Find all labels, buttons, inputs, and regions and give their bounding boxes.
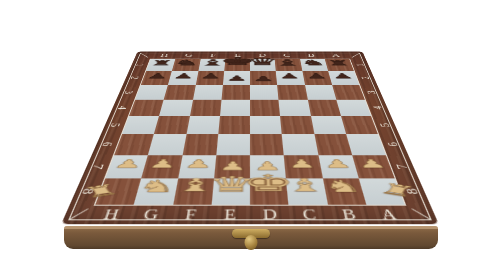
square-d5 [250, 116, 282, 134]
file-label-top-a: A [323, 52, 349, 58]
dark-knight-icon: ♞ [300, 59, 327, 66]
light-rook-icon: ♜ [377, 181, 418, 199]
piece-dark-rook-a1: ♜ [325, 59, 354, 71]
piece-light-pawn-g7: ♟ [142, 155, 183, 178]
piece-light-pawn-c7: ♟ [284, 155, 322, 178]
light-bishop-icon: ♝ [284, 177, 327, 194]
rank-label-right-7: 7 [382, 160, 422, 173]
square-d6 [250, 134, 284, 155]
square-g5 [154, 116, 189, 134]
light-king-icon: ♚ [242, 172, 296, 194]
file-label-bottom-e: E [210, 206, 250, 224]
square-h8 [95, 178, 141, 205]
square-b8 [322, 178, 366, 205]
chessboard-scene: HGFEDCBA HGFEDCBA 12345678 12345678 ♜♞♝♚… [109, 0, 391, 257]
rank-labels-right: 12345678 [351, 59, 429, 205]
piece-light-pawn-d7: ♟ [250, 157, 286, 181]
dark-bishop-icon: ♝ [198, 58, 227, 66]
square-d8 [250, 178, 289, 205]
square-a7 [352, 155, 395, 178]
square-g7 [142, 155, 183, 178]
piece-dark-knight-g1: ♞ [172, 59, 200, 71]
square-a8 [358, 178, 404, 205]
square-f8 [173, 178, 214, 205]
file-label-bottom-b: B [328, 206, 372, 224]
square-b6 [314, 134, 352, 155]
light-queen-icon: ♛ [207, 174, 256, 194]
chess-board: HGFEDCBA HGFEDCBA 12345678 12345678 ♜♞♝♚… [61, 51, 439, 224]
piece-light-rook-a8: ♜ [369, 181, 416, 208]
piece-dark-bishop-c1: ♝ [275, 59, 302, 71]
light-pawn-icon: ♟ [322, 158, 352, 169]
square-e8 [211, 178, 250, 205]
piece-light-rook-h8: ♜ [82, 181, 129, 208]
piece-light-king-d8: ♚ [250, 178, 289, 205]
piece-dark-pawn-e2: ♟ [223, 73, 250, 87]
piece-light-knight-b8: ♞ [322, 178, 366, 205]
piece-light-pawn-e7: ♟ [214, 157, 250, 181]
piece-light-pawn-h7: ♟ [105, 155, 148, 178]
square-a5 [341, 116, 378, 134]
piece-light-queen-e8: ♛ [211, 178, 250, 205]
piece-dark-pawn-a2: ♟ [328, 71, 359, 84]
square-g6 [148, 134, 186, 155]
file-label-bottom-g: G [129, 206, 173, 224]
dark-bishop-icon: ♝ [274, 58, 303, 66]
light-pawn-icon: ♟ [183, 158, 212, 169]
piece-dark-queen-d1: ♛ [250, 59, 276, 71]
rank-label-right-8: 8 [391, 184, 435, 199]
light-bishop-icon: ♝ [173, 177, 216, 194]
square-d7 [250, 155, 286, 178]
piece-light-pawn-f7: ♟ [178, 155, 216, 178]
file-labels-bottom: HGFEDCBA [88, 206, 412, 224]
product-photo-page: HGFEDCBA HGFEDCBA 12345678 12345678 ♜♞♝♚… [0, 0, 500, 269]
square-f7 [178, 155, 216, 178]
dark-knight-icon: ♞ [173, 59, 200, 66]
square-e5 [218, 116, 250, 134]
rank-label-right-5: 5 [368, 120, 403, 130]
file-label-top-b: B [298, 52, 324, 58]
square-h5 [122, 116, 159, 134]
rank-label-right-6: 6 [375, 139, 413, 151]
square-e6 [216, 134, 250, 155]
brass-clasp-icon [232, 229, 270, 238]
light-pawn-icon: ♟ [356, 158, 388, 169]
corner-diagonal-line [70, 208, 89, 219]
file-label-bottom-d: D [250, 206, 290, 224]
light-pawn-icon: ♟ [288, 158, 317, 169]
light-rook-icon: ♜ [81, 182, 122, 200]
square-c7 [284, 155, 322, 178]
file-label-bottom-h: H [88, 206, 133, 224]
square-b7 [318, 155, 359, 178]
square-g8 [134, 178, 178, 205]
square-h6 [114, 134, 154, 155]
light-pawn-icon: ♟ [112, 158, 144, 169]
file-label-top-h: H [151, 52, 177, 58]
piece-light-pawn-b7: ♟ [318, 155, 359, 178]
square-b5 [311, 116, 346, 134]
corner-diagonal-line [411, 208, 430, 219]
rank-label-left-5: 5 [97, 120, 132, 130]
light-knight-icon: ♞ [322, 178, 363, 194]
piece-dark-pawn-f2: ♟ [195, 71, 224, 84]
rank-label-left-6: 6 [88, 139, 126, 151]
dark-rook-icon: ♜ [326, 60, 351, 67]
square-e7 [214, 155, 250, 178]
piece-light-pawn-a7: ♟ [352, 155, 395, 178]
dark-pawn-icon: ♟ [279, 73, 301, 79]
square-h7 [105, 155, 148, 178]
light-pawn-icon: ♟ [253, 160, 282, 171]
piece-light-bishop-c8: ♝ [286, 178, 327, 205]
rank-label-left-7: 7 [77, 160, 117, 173]
piece-dark-pawn-c2: ♟ [276, 71, 305, 84]
dark-pawn-icon: ♟ [146, 73, 169, 79]
dark-rook-icon: ♜ [149, 60, 174, 67]
dark-pawn-icon: ♟ [199, 73, 221, 79]
file-label-bottom-f: F [169, 206, 211, 224]
piece-light-bishop-f8: ♝ [173, 178, 214, 205]
square-f5 [186, 116, 220, 134]
piece-light-knight-g8: ♞ [134, 178, 178, 205]
light-pawn-icon: ♟ [218, 160, 247, 171]
piece-dark-bishop-f1: ♝ [198, 59, 225, 71]
piece-dark-rook-h1: ♜ [146, 59, 175, 71]
file-label-top-g: G [176, 52, 202, 58]
piece-dark-pawn-d2: ♟ [250, 74, 278, 88]
file-label-bottom-a: A [366, 206, 411, 224]
dark-pawn-icon: ♟ [253, 76, 275, 83]
rank-label-left-8: 8 [65, 184, 109, 199]
square-c5 [280, 116, 314, 134]
piece-dark-pawn-g2: ♟ [168, 71, 198, 84]
piece-dark-knight-b1: ♞ [300, 59, 328, 71]
piece-dark-pawn-h2: ♟ [141, 71, 172, 84]
dark-pawn-icon: ♟ [305, 73, 328, 79]
square-c8 [286, 178, 327, 205]
light-pawn-icon: ♟ [148, 158, 178, 169]
file-label-bottom-c: C [289, 206, 331, 224]
piece-dark-pawn-b2: ♟ [302, 71, 332, 84]
square-f6 [182, 134, 218, 155]
board-frame: HGFEDCBA HGFEDCBA 12345678 12345678 ♜♞♝♚… [61, 51, 439, 224]
square-a6 [346, 134, 386, 155]
square-c6 [282, 134, 318, 155]
light-knight-icon: ♞ [137, 178, 178, 194]
dark-pawn-icon: ♟ [331, 73, 354, 79]
box-front-edge [64, 226, 438, 249]
dark-pawn-icon: ♟ [226, 75, 248, 82]
rank-labels-left: 12345678 [71, 59, 149, 205]
dark-pawn-icon: ♟ [172, 73, 195, 79]
